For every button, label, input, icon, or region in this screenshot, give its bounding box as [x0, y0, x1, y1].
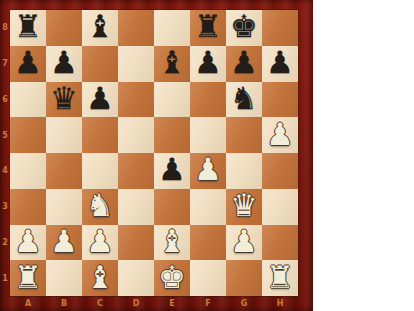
piece-black-rook[interactable]: ♜ [194, 11, 222, 42]
square-g6[interactable]: ♞ [226, 82, 262, 118]
square-c4[interactable] [82, 153, 118, 189]
square-a5[interactable] [10, 117, 46, 153]
square-f6[interactable] [190, 82, 226, 118]
piece-white-bishop[interactable]: ♝ [158, 226, 186, 257]
square-b6[interactable]: ♛ [46, 82, 82, 118]
square-e8[interactable] [154, 10, 190, 46]
square-e1[interactable]: ♚ [154, 260, 190, 296]
square-g8[interactable]: ♚ [226, 10, 262, 46]
rank-label-2: 2 [0, 225, 10, 261]
rank-label-4: 4 [0, 153, 10, 189]
square-b4[interactable] [46, 153, 82, 189]
piece-black-king[interactable]: ♚ [230, 11, 258, 42]
square-a3[interactable] [10, 189, 46, 225]
file-label-f: F [190, 296, 226, 311]
board-frame: 87654321 ♜♝♜♚♟♟♝♟♟♟♛♟♞♟♟♟♞♛♟♟♟♝♟♜♝♚♜ ABC… [0, 0, 313, 311]
piece-black-pawn[interactable]: ♟ [86, 83, 114, 114]
file-label-e: E [154, 296, 190, 311]
file-label-h: H [262, 296, 298, 311]
square-a6[interactable] [10, 82, 46, 118]
piece-white-knight[interactable]: ♞ [86, 190, 114, 221]
file-label-b: B [46, 296, 82, 311]
piece-white-king[interactable]: ♚ [158, 262, 186, 293]
square-a8[interactable]: ♜ [10, 10, 46, 46]
piece-white-queen[interactable]: ♛ [230, 190, 258, 221]
square-d2[interactable] [118, 225, 154, 261]
square-h1[interactable]: ♜ [262, 260, 298, 296]
square-e6[interactable] [154, 82, 190, 118]
piece-white-rook[interactable]: ♜ [14, 262, 42, 293]
square-g1[interactable] [226, 260, 262, 296]
square-h5[interactable]: ♟ [262, 117, 298, 153]
file-label-c: C [82, 296, 118, 311]
square-h8[interactable] [262, 10, 298, 46]
piece-white-rook[interactable]: ♜ [266, 262, 294, 293]
square-c7[interactable] [82, 46, 118, 82]
square-h4[interactable] [262, 153, 298, 189]
square-d1[interactable] [118, 260, 154, 296]
square-e4[interactable]: ♟ [154, 153, 190, 189]
piece-white-pawn[interactable]: ♟ [14, 226, 42, 257]
square-c5[interactable] [82, 117, 118, 153]
file-label-a: A [10, 296, 46, 311]
square-f3[interactable] [190, 189, 226, 225]
square-d4[interactable] [118, 153, 154, 189]
square-h7[interactable]: ♟ [262, 46, 298, 82]
square-c2[interactable]: ♟ [82, 225, 118, 261]
square-d5[interactable] [118, 117, 154, 153]
square-b8[interactable] [46, 10, 82, 46]
piece-black-pawn[interactable]: ♟ [50, 47, 78, 78]
square-f5[interactable] [190, 117, 226, 153]
square-a2[interactable]: ♟ [10, 225, 46, 261]
rank-label-8: 8 [0, 10, 10, 46]
square-c1[interactable]: ♝ [82, 260, 118, 296]
square-e7[interactable]: ♝ [154, 46, 190, 82]
square-g5[interactable] [226, 117, 262, 153]
piece-black-bishop[interactable]: ♝ [86, 11, 114, 42]
square-a7[interactable]: ♟ [10, 46, 46, 82]
piece-black-pawn[interactable]: ♟ [14, 47, 42, 78]
rank-label-1: 1 [0, 260, 10, 296]
file-label-g: G [226, 296, 262, 311]
square-f4[interactable]: ♟ [190, 153, 226, 189]
piece-white-pawn[interactable]: ♟ [194, 154, 222, 185]
piece-black-queen[interactable]: ♛ [50, 83, 78, 114]
square-d7[interactable] [118, 46, 154, 82]
piece-black-pawn[interactable]: ♟ [230, 47, 258, 78]
piece-black-bishop[interactable]: ♝ [158, 47, 186, 78]
square-f8[interactable]: ♜ [190, 10, 226, 46]
square-c3[interactable]: ♞ [82, 189, 118, 225]
square-d8[interactable] [118, 10, 154, 46]
square-g4[interactable] [226, 153, 262, 189]
square-e5[interactable] [154, 117, 190, 153]
chess-diagram: 87654321 ♜♝♜♚♟♟♝♟♟♟♛♟♞♟♟♟♞♛♟♟♟♝♟♜♝♚♜ ABC… [0, 0, 414, 311]
square-d3[interactable] [118, 189, 154, 225]
rank-label-5: 5 [0, 117, 10, 153]
chess-board[interactable]: ♜♝♜♚♟♟♝♟♟♟♛♟♞♟♟♟♞♛♟♟♟♝♟♜♝♚♜ [10, 10, 298, 296]
piece-black-knight[interactable]: ♞ [230, 83, 258, 114]
square-b3[interactable] [46, 189, 82, 225]
square-g2[interactable]: ♟ [226, 225, 262, 261]
piece-black-pawn[interactable]: ♟ [158, 154, 186, 185]
square-h6[interactable] [262, 82, 298, 118]
rank-label-6: 6 [0, 82, 10, 118]
rank-label-3: 3 [0, 189, 10, 225]
square-d6[interactable] [118, 82, 154, 118]
square-b2[interactable]: ♟ [46, 225, 82, 261]
piece-black-pawn[interactable]: ♟ [266, 47, 294, 78]
rank-label-7: 7 [0, 46, 10, 82]
piece-white-pawn[interactable]: ♟ [50, 226, 78, 257]
square-g7[interactable]: ♟ [226, 46, 262, 82]
square-h2[interactable] [262, 225, 298, 261]
piece-black-pawn[interactable]: ♟ [194, 47, 222, 78]
square-f1[interactable] [190, 260, 226, 296]
piece-white-pawn[interactable]: ♟ [230, 226, 258, 257]
square-f2[interactable] [190, 225, 226, 261]
square-c8[interactable]: ♝ [82, 10, 118, 46]
piece-white-bishop[interactable]: ♝ [86, 262, 114, 293]
rank-labels: 87654321 [0, 10, 10, 296]
square-a1[interactable]: ♜ [10, 260, 46, 296]
piece-white-pawn[interactable]: ♟ [86, 226, 114, 257]
square-h3[interactable] [262, 189, 298, 225]
square-e3[interactable] [154, 189, 190, 225]
square-b7[interactable]: ♟ [46, 46, 82, 82]
square-e2[interactable]: ♝ [154, 225, 190, 261]
file-label-d: D [118, 296, 154, 311]
square-b1[interactable] [46, 260, 82, 296]
square-f7[interactable]: ♟ [190, 46, 226, 82]
square-b5[interactable] [46, 117, 82, 153]
piece-black-rook[interactable]: ♜ [14, 11, 42, 42]
piece-white-pawn[interactable]: ♟ [266, 119, 294, 150]
square-c6[interactable]: ♟ [82, 82, 118, 118]
file-labels: ABCDEFGH [10, 296, 298, 311]
square-g3[interactable]: ♛ [226, 189, 262, 225]
square-a4[interactable] [10, 153, 46, 189]
